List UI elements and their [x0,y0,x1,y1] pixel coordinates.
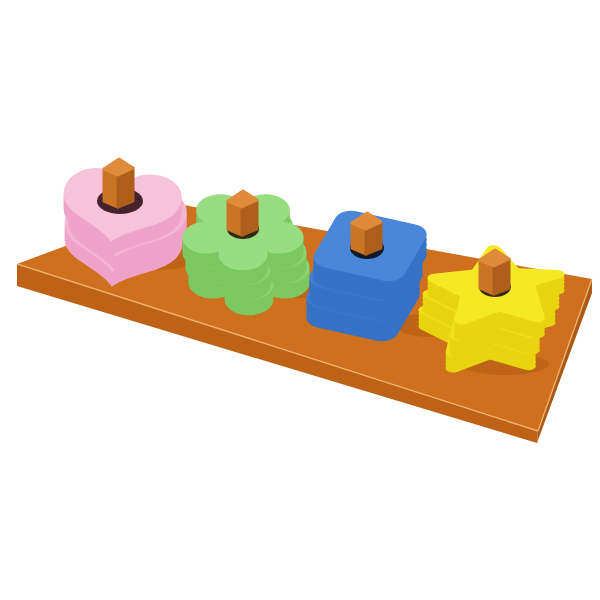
heart-peg [104,159,133,207]
flower-peg [228,191,257,235]
star-peg [480,250,509,294]
flower-stack [183,191,308,314]
product-photo [0,0,600,600]
toy-scene [0,0,600,600]
square-peg [352,213,381,254]
